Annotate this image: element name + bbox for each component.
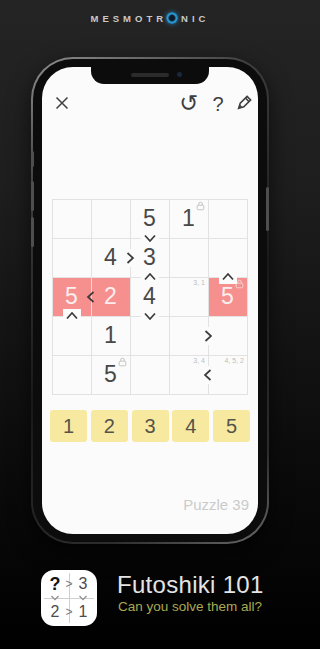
inequality-r3c1-r4c1 — [63, 309, 81, 323]
cell-r1c1[interactable] — [52, 199, 91, 238]
icon-cell-two: 2 — [51, 604, 60, 620]
mesmotronic-logo-icon — [166, 12, 178, 24]
cell-value: 5 — [104, 361, 117, 388]
volume-up-button — [31, 181, 34, 211]
pencil-mode-button[interactable] — [233, 93, 254, 114]
inequality-r2c3-r3c3 — [141, 270, 159, 284]
icon-cell-question: ? — [50, 575, 61, 593]
camera-dot — [177, 72, 182, 77]
app-title: Futoshiki 101 — [117, 571, 264, 599]
phone-screen: ↺ ? 51435243, 15153, 44, 5, 2 12345 Puzz… — [42, 67, 258, 534]
number-button-2[interactable]: 2 — [91, 410, 128, 442]
icon-op-greater-top: > — [65, 578, 72, 590]
help-button[interactable]: ? — [210, 93, 226, 115]
power-button — [266, 187, 269, 231]
cell-r2c1[interactable] — [52, 238, 91, 277]
number-buttons: 12345 — [50, 410, 250, 442]
cell-r1c2[interactable] — [91, 199, 130, 238]
cell-r1c4[interactable]: 1 — [169, 199, 208, 238]
pencil-icon — [233, 93, 254, 114]
icon-cell-three: 3 — [79, 576, 88, 592]
number-button-5[interactable]: 5 — [213, 410, 250, 442]
cell-r5c2[interactable]: 5 — [91, 355, 130, 394]
futoshiki-board: 51435243, 15153, 44, 5, 2 — [52, 199, 248, 395]
icon-op-greater-bottom: > — [65, 606, 72, 618]
close-button[interactable] — [53, 94, 71, 112]
cell-value: 1 — [182, 205, 195, 232]
phone-mockup: ↺ ? 51435243, 15153, 44, 5, 2 12345 Puzz… — [31, 57, 269, 544]
volume-down-button — [31, 217, 34, 247]
cell-r5c3[interactable] — [130, 355, 169, 394]
inequality-r3c1-r3c2 — [84, 288, 98, 306]
cell-r3c4[interactable]: 3, 1 — [169, 277, 208, 316]
number-button-3[interactable]: 3 — [132, 410, 169, 442]
brand-text-left: MESMOTR — [91, 13, 168, 24]
cell-r1c5[interactable] — [208, 199, 247, 238]
cell-r2c4[interactable] — [169, 238, 208, 277]
cell-value: 5 — [221, 283, 234, 310]
icon-cell-one: 1 — [79, 604, 88, 620]
restart-icon: ↺ — [179, 92, 198, 115]
puzzle-number-label: Puzzle 39 — [183, 496, 249, 513]
help-icon: ? — [212, 93, 223, 116]
chevron-down-icon — [51, 595, 60, 601]
close-icon — [53, 94, 71, 112]
speaker-slot — [131, 73, 169, 77]
app-icon: ? > 3 2 > 1 — [41, 570, 97, 626]
brand-header: MESMOTR NIC — [0, 0, 300, 36]
app-tagline: Can you solve them all? — [118, 599, 262, 614]
inequality-r3c3-r4c3 — [141, 309, 159, 323]
lock-icon — [118, 357, 127, 367]
cell-value: 5 — [65, 283, 78, 310]
mute-switch — [31, 151, 34, 167]
number-button-1[interactable]: 1 — [50, 410, 87, 442]
inequality-r2c5-r3c5 — [219, 270, 237, 284]
inequality-r1c3-r2c3 — [141, 231, 159, 245]
inequality-r5c4-r5c5 — [201, 366, 215, 384]
cell-value: 1 — [104, 322, 117, 349]
phone-frame: ↺ ? 51435243, 15153, 44, 5, 2 12345 Puzz… — [33, 59, 267, 542]
inequality-r2c2-r2c3 — [123, 249, 137, 267]
cell-r4c2[interactable]: 1 — [91, 316, 130, 355]
restart-button[interactable]: ↺ — [177, 90, 201, 116]
cell-value: 2 — [104, 283, 117, 310]
number-button-4[interactable]: 4 — [172, 410, 209, 442]
inequality-r4c4-r4c5 — [201, 327, 215, 345]
pencil-notes-r5c5: 4, 5, 2 — [225, 357, 244, 364]
cell-value: 4 — [104, 244, 117, 271]
cell-value: 3 — [143, 244, 156, 271]
pencil-notes-r3c4: 3, 1 — [193, 279, 205, 286]
pencil-notes-r5c4: 3, 4 — [193, 357, 205, 364]
cell-value: 5 — [143, 205, 156, 232]
cell-value: 4 — [143, 283, 156, 310]
brand-text-right: NIC — [181, 13, 209, 24]
lock-icon — [196, 201, 205, 211]
cell-r5c1[interactable] — [52, 355, 91, 394]
phone-notch — [91, 67, 209, 84]
chevron-down-icon — [79, 595, 88, 601]
